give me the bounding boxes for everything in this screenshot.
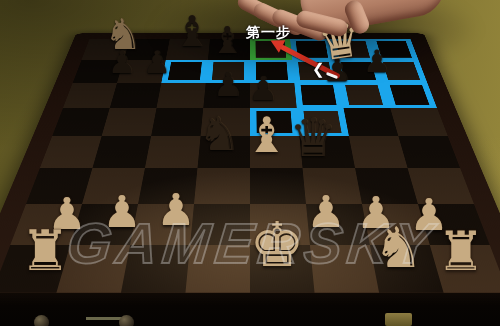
piece-white-rook-h1[interactable]: ♜ [437, 225, 485, 279]
highlight-c6 [157, 83, 206, 108]
highlight-c5 [151, 108, 203, 136]
highlight-d3 [194, 168, 250, 204]
piece-black-pawn-b7[interactable]: ♟ [108, 47, 136, 78]
highlight-a4 [40, 136, 102, 168]
highlight-h4 [398, 136, 460, 168]
highlight-f1 [310, 245, 379, 292]
highlight-c4 [145, 136, 201, 168]
highlight-b6 [110, 83, 162, 108]
tray-button[interactable] [119, 315, 134, 326]
piece-black-pawn-c7[interactable]: ♟ [143, 47, 171, 78]
piece-black-bishop-c8[interactable]: ♝ [173, 11, 211, 53]
piece-black-pawn-e6[interactable]: ♟ [248, 72, 278, 105]
highlight-b4 [92, 136, 151, 168]
highlight-d1 [185, 245, 250, 292]
piece-black-knight-d4[interactable]: ♞ [198, 110, 240, 157]
highlight-g5 [343, 108, 398, 136]
highlight-d2 [190, 204, 250, 245]
ui-chip[interactable] [385, 313, 412, 326]
highlight-e3 [250, 168, 306, 204]
game-cursor: ❮ [312, 60, 325, 78]
piece-black-bishop-d8[interactable]: ♝ [210, 22, 243, 59]
bottom-ui-bar [0, 293, 500, 326]
highlight-h6 [383, 83, 437, 108]
piece-white-bishop-e4[interactable]: ♝ [245, 111, 289, 160]
piece-white-pawn-f2[interactable]: ♟ [306, 190, 345, 234]
highlight-a6 [63, 83, 117, 108]
piece-white-pawn-c2[interactable]: ♟ [156, 188, 195, 232]
piece-white-pawn-b2[interactable]: ♟ [102, 190, 141, 234]
highlight-h5 [390, 108, 448, 136]
piece-black-queen-f4[interactable]: ♛ [289, 111, 337, 164]
tray-divider [86, 317, 123, 320]
highlight-a5 [52, 108, 110, 136]
tray-button[interactable] [34, 315, 49, 326]
highlight-b5 [102, 108, 157, 136]
piece-black-pawn-d6[interactable]: ♟ [213, 68, 243, 101]
highlight-c1 [121, 245, 190, 292]
piece-white-rook-a1[interactable]: ♜ [20, 223, 70, 279]
piece-white-king-e1[interactable]: ♚ [249, 214, 305, 276]
piece-black-pawn-g7[interactable]: ♟ [363, 46, 391, 77]
piece-white-knight-g1[interactable]: ♞ [373, 220, 423, 276]
game-screen: ♞♝♝♟♟♟♟♟♟♞♛♝♛♜♟♟♟♚♟♟♞♟♜ 第一步 ❮ GAMERSKY [0, 0, 500, 326]
